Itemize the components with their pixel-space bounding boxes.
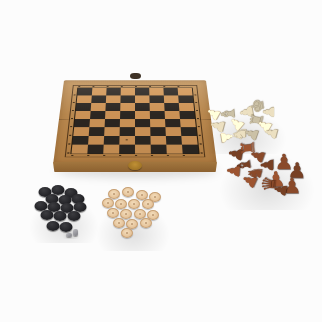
board-square [166, 145, 182, 154]
board-square [181, 136, 197, 145]
board-square [150, 127, 166, 136]
checker-disc [102, 198, 114, 208]
board-square [178, 95, 193, 103]
checker-disc [121, 228, 133, 238]
checker-disc [54, 211, 67, 221]
board-border [65, 85, 206, 157]
board-square [163, 88, 178, 95]
board-square [135, 145, 151, 154]
board-square [180, 119, 196, 127]
board-square [179, 111, 195, 119]
checker-disc [120, 209, 132, 219]
board-square [151, 145, 167, 154]
board-square [135, 111, 150, 119]
board-square [105, 119, 120, 127]
board-square [104, 136, 120, 145]
board-square [73, 127, 89, 136]
board-square [75, 111, 91, 119]
chess-piece: ♟ [272, 181, 291, 198]
checker-disc [122, 187, 134, 197]
brown-chess-pieces-pile: ♟♟♟♟♟♜♟♝♟♞♟♟♛♟ [224, 134, 310, 202]
board-square [74, 119, 90, 127]
board-square [120, 119, 135, 127]
board-square [120, 111, 135, 119]
fold-seam [59, 119, 211, 120]
board-square [120, 127, 135, 136]
board-square [135, 88, 149, 95]
board-square [150, 119, 165, 127]
board-square [77, 88, 92, 95]
checker-disc [142, 199, 154, 209]
board-square [150, 103, 165, 111]
board-square [90, 111, 105, 119]
board-square [135, 136, 151, 145]
board-square [91, 95, 106, 103]
board-square [149, 88, 164, 95]
metal-blob [73, 229, 78, 236]
board-square [106, 95, 121, 103]
board-square [164, 103, 179, 111]
board-square [166, 136, 182, 145]
board-square [179, 103, 194, 111]
board-square [178, 88, 193, 95]
board-square [181, 127, 197, 136]
checker-disc [68, 211, 81, 221]
checker-disc [107, 208, 119, 218]
board-square [105, 103, 120, 111]
board-square [119, 145, 135, 154]
checker-disc [115, 199, 127, 209]
board-frame [53, 80, 217, 163]
board-square [72, 136, 88, 145]
brass-latch [128, 161, 142, 170]
board-square [120, 95, 135, 103]
metal-blob [66, 233, 72, 237]
board-square [76, 103, 91, 111]
board-square [88, 136, 104, 145]
board-square [105, 111, 120, 119]
board-square [165, 119, 181, 127]
board-square [91, 103, 106, 111]
product-photo: ♟♝♟♟♜♟♞♟♟♟♚♟♟ ♟♟♟♟♟♜♟♝♟♞♟♟♛♟ [0, 0, 322, 322]
hinge-knob [130, 73, 141, 79]
board-square [89, 119, 105, 127]
board-square [120, 103, 135, 111]
board-square [103, 145, 119, 154]
board-square [135, 119, 150, 127]
metal-part [63, 226, 79, 238]
board-square [164, 95, 179, 103]
checker-disc [47, 221, 60, 231]
board-grid [70, 88, 199, 155]
board-square [150, 136, 166, 145]
board-square [182, 145, 199, 154]
board-square [135, 103, 150, 111]
board-square [135, 127, 150, 136]
board-square [71, 145, 88, 154]
chess-piece: ♚ [249, 98, 267, 115]
board-square [77, 95, 92, 103]
checker-disc [128, 199, 140, 209]
checker-disc [113, 218, 125, 228]
board-square [104, 127, 120, 136]
board-square [121, 88, 135, 95]
chess-piece: ♟ [259, 157, 276, 172]
board-square [89, 127, 105, 136]
board-square [106, 88, 121, 95]
chessboard [53, 80, 217, 163]
board-square [92, 88, 107, 95]
board-square [165, 127, 181, 136]
board-square [165, 111, 180, 119]
board-square [149, 95, 164, 103]
checker-disc [140, 218, 152, 228]
wood-knot [126, 139, 128, 140]
coordinate-ticks-bottom [71, 155, 199, 156]
cream-checkers-pile [100, 188, 166, 244]
board-square [135, 95, 150, 103]
board-square [150, 111, 165, 119]
checker-disc [41, 210, 54, 220]
board-square [87, 145, 103, 154]
